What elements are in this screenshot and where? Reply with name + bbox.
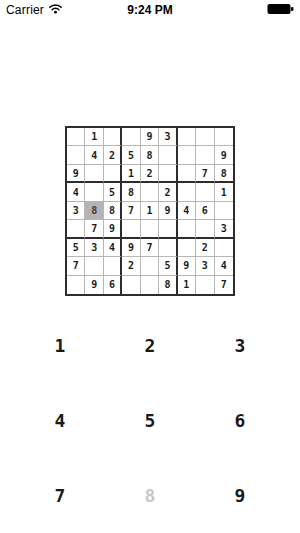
sudoku-cell-r1c3[interactable] — [104, 128, 122, 146]
sudoku-cell-r2c8[interactable] — [196, 146, 214, 164]
sudoku-cell-r3c6[interactable] — [159, 165, 177, 183]
carrier-label: Carrier — [6, 3, 44, 17]
sudoku-cell-r4c6[interactable]: 2 — [159, 183, 177, 201]
sudoku-cell-r5c9[interactable] — [215, 202, 233, 220]
sudoku-cell-r6c2[interactable]: 7 — [85, 220, 103, 238]
sudoku-cell-r1c5[interactable]: 9 — [141, 128, 159, 146]
sudoku-cell-r5c8[interactable]: 6 — [196, 202, 214, 220]
sudoku-cell-r4c1[interactable]: 4 — [67, 183, 85, 201]
sudoku-cell-r9c4[interactable] — [122, 276, 140, 294]
sudoku-cell-r6c4[interactable] — [122, 220, 140, 238]
sudoku-cell-r6c7[interactable] — [178, 220, 196, 238]
sudoku-cell-r7c1[interactable]: 5 — [67, 239, 85, 257]
sudoku-cell-r9c1[interactable] — [67, 276, 85, 294]
keypad-button-1[interactable]: 1 — [15, 308, 105, 383]
keypad-button-3[interactable]: 3 — [195, 308, 285, 383]
sudoku-cell-r9c6[interactable]: 8 — [159, 276, 177, 294]
sudoku-cell-r3c2[interactable] — [85, 165, 103, 183]
sudoku-cell-r8c9[interactable]: 4 — [215, 257, 233, 275]
sudoku-cell-r9c5[interactable] — [141, 276, 159, 294]
sudoku-cell-r3c8[interactable]: 7 — [196, 165, 214, 183]
sudoku-cell-r4c2[interactable] — [85, 183, 103, 201]
sudoku-cell-r5c4[interactable]: 7 — [122, 202, 140, 220]
sudoku-cell-r6c1[interactable] — [67, 220, 85, 238]
sudoku-cell-r6c9[interactable]: 3 — [215, 220, 233, 238]
sudoku-cell-r7c2[interactable]: 3 — [85, 239, 103, 257]
sudoku-cell-r8c7[interactable]: 9 — [178, 257, 196, 275]
sudoku-cell-r2c4[interactable]: 5 — [122, 146, 140, 164]
status-bar: Carrier 9:24 PM — [0, 0, 300, 20]
keypad-button-6[interactable]: 6 — [195, 383, 285, 458]
sudoku-cell-r9c3[interactable]: 6 — [104, 276, 122, 294]
sudoku-cell-r8c1[interactable]: 7 — [67, 257, 85, 275]
sudoku-cell-r1c4[interactable] — [122, 128, 140, 146]
sudoku-cell-r8c5[interactable] — [141, 257, 159, 275]
keypad-button-9[interactable]: 9 — [195, 458, 285, 533]
sudoku-cell-r9c9[interactable]: 7 — [215, 276, 233, 294]
sudoku-cell-r1c8[interactable] — [196, 128, 214, 146]
sudoku-grid: 1934258991278458213887194679353497272593… — [65, 126, 235, 296]
sudoku-cell-r4c8[interactable] — [196, 183, 214, 201]
sudoku-cell-r7c8[interactable]: 2 — [196, 239, 214, 257]
sudoku-cell-r1c2[interactable]: 1 — [85, 128, 103, 146]
sudoku-cell-r2c2[interactable]: 4 — [85, 146, 103, 164]
sudoku-cell-r4c3[interactable]: 5 — [104, 183, 122, 201]
sudoku-cell-r1c6[interactable]: 3 — [159, 128, 177, 146]
sudoku-cell-r8c6[interactable]: 5 — [159, 257, 177, 275]
sudoku-cell-r3c1[interactable]: 9 — [67, 165, 85, 183]
sudoku-cell-r5c6[interactable]: 9 — [159, 202, 177, 220]
sudoku-cell-r5c7[interactable]: 4 — [178, 202, 196, 220]
sudoku-cell-r1c1[interactable] — [67, 128, 85, 146]
sudoku-cell-r9c7[interactable]: 1 — [178, 276, 196, 294]
sudoku-cell-r3c4[interactable]: 1 — [122, 165, 140, 183]
sudoku-cell-r2c6[interactable] — [159, 146, 177, 164]
sudoku-cell-r8c2[interactable] — [85, 257, 103, 275]
sudoku-cell-r7c3[interactable]: 4 — [104, 239, 122, 257]
sudoku-cell-r2c3[interactable]: 2 — [104, 146, 122, 164]
sudoku-cell-r3c5[interactable]: 2 — [141, 165, 159, 183]
sudoku-cell-r5c1[interactable]: 3 — [67, 202, 85, 220]
sudoku-cell-r4c5[interactable] — [141, 183, 159, 201]
keypad-button-5[interactable]: 5 — [105, 383, 195, 458]
sudoku-cell-r7c6[interactable] — [159, 239, 177, 257]
sudoku-cell-r2c7[interactable] — [178, 146, 196, 164]
sudoku-cell-r6c8[interactable] — [196, 220, 214, 238]
keypad-button-2[interactable]: 2 — [105, 308, 195, 383]
sudoku-cell-r1c9[interactable] — [215, 128, 233, 146]
keypad-button-7[interactable]: 7 — [15, 458, 105, 533]
sudoku-cell-r5c3[interactable]: 8 — [104, 202, 122, 220]
sudoku-cell-r7c4[interactable]: 9 — [122, 239, 140, 257]
status-time: 9:24 PM — [127, 3, 172, 17]
sudoku-cell-r9c2[interactable]: 9 — [85, 276, 103, 294]
sudoku-cell-r2c5[interactable]: 8 — [141, 146, 159, 164]
sudoku-cell-r1c7[interactable] — [178, 128, 196, 146]
sudoku-cell-r7c9[interactable] — [215, 239, 233, 257]
keypad-button-4[interactable]: 4 — [15, 383, 105, 458]
sudoku-cell-r7c7[interactable] — [178, 239, 196, 257]
sudoku-cell-r6c5[interactable] — [141, 220, 159, 238]
sudoku-cell-r6c3[interactable]: 9 — [104, 220, 122, 238]
sudoku-cell-r3c7[interactable] — [178, 165, 196, 183]
sudoku-cell-r4c7[interactable] — [178, 183, 196, 201]
sudoku-cell-r2c1[interactable] — [67, 146, 85, 164]
battery-icon — [267, 3, 294, 18]
keypad-button-8[interactable]: 8 — [105, 458, 195, 533]
sudoku-cell-r8c8[interactable]: 3 — [196, 257, 214, 275]
sudoku-cell-r5c2[interactable]: 8 — [85, 202, 103, 220]
sudoku-cell-r8c3[interactable] — [104, 257, 122, 275]
sudoku-cell-r7c5[interactable]: 7 — [141, 239, 159, 257]
sudoku-cell-r3c9[interactable]: 8 — [215, 165, 233, 183]
sudoku-cell-r5c5[interactable]: 1 — [141, 202, 159, 220]
sudoku-cell-r9c8[interactable] — [196, 276, 214, 294]
sudoku-cell-r3c3[interactable] — [104, 165, 122, 183]
keypad: 123456789 — [15, 308, 285, 533]
wifi-icon — [48, 3, 63, 17]
sudoku-cell-r4c9[interactable]: 1 — [215, 183, 233, 201]
sudoku-cell-r4c4[interactable]: 8 — [122, 183, 140, 201]
sudoku-cell-r8c4[interactable]: 2 — [122, 257, 140, 275]
sudoku-cell-r6c6[interactable] — [159, 220, 177, 238]
sudoku-cell-r2c9[interactable]: 9 — [215, 146, 233, 164]
